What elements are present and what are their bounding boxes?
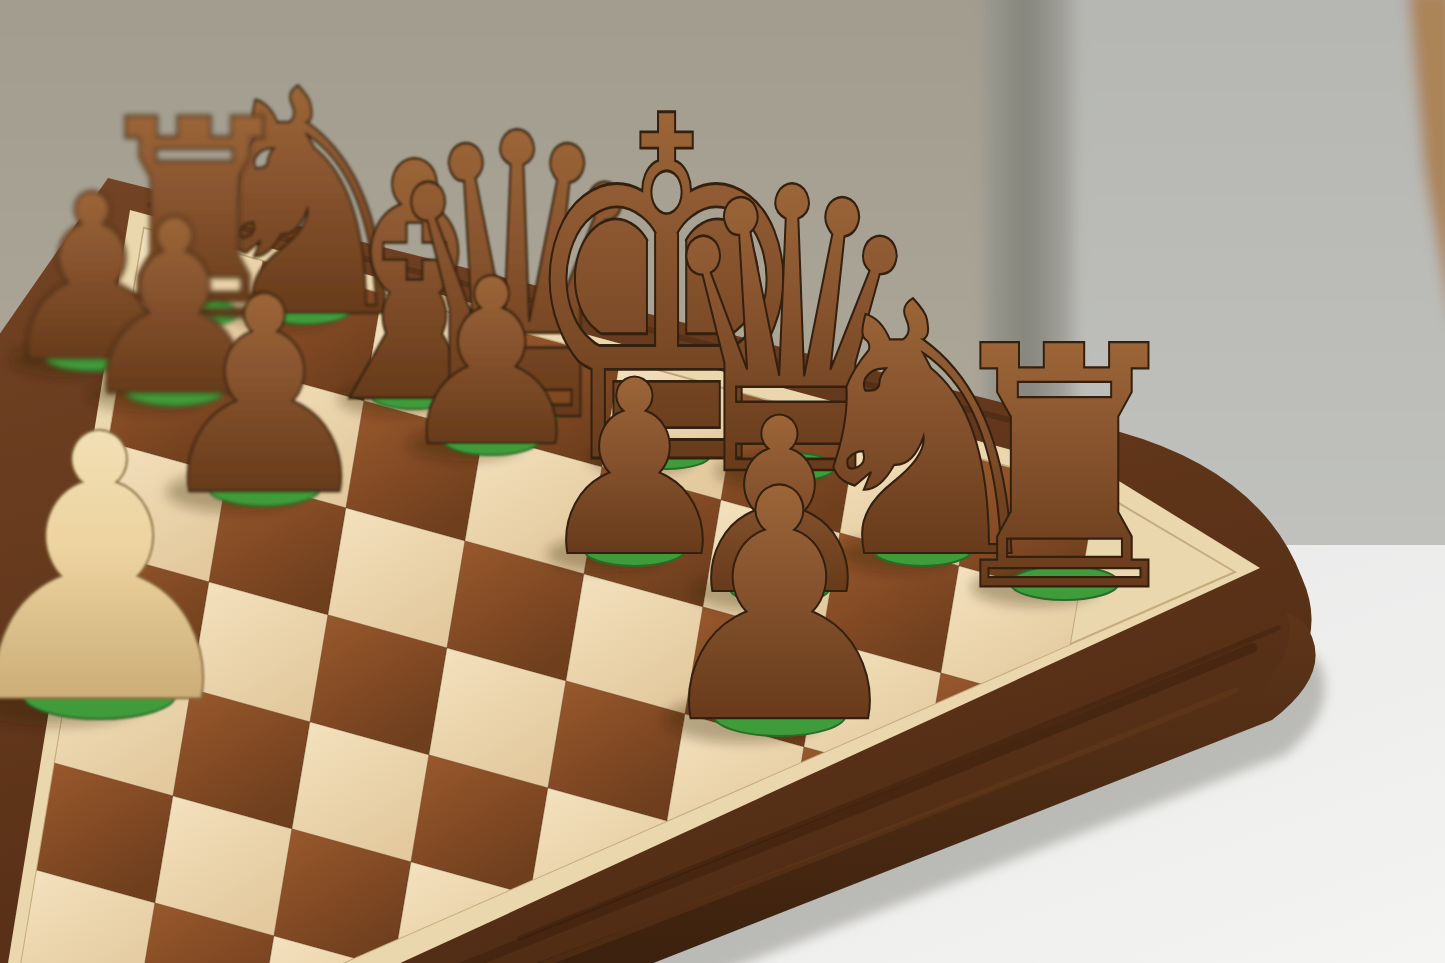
photo-stage: ♞♜♟♟♝♛♟♚♛♟♞♟♜♟♟♟ bbox=[0, 0, 1445, 963]
piece-light-pawn-a5: ♟ bbox=[0, 358, 255, 785]
piece-dark-rook-h8: ♜ bbox=[931, 276, 1199, 665]
piece-dark-pawn-f6: ♟ bbox=[644, 421, 915, 793]
glyph-pawn: ♟ bbox=[0, 358, 255, 785]
glyph-rook: ♜ bbox=[931, 276, 1199, 665]
glyph-pawn: ♟ bbox=[644, 421, 915, 793]
chess-product-photo: ♞♜♟♟♝♛♟♚♛♟♞♟♜♟♟♟ bbox=[0, 0, 1445, 963]
